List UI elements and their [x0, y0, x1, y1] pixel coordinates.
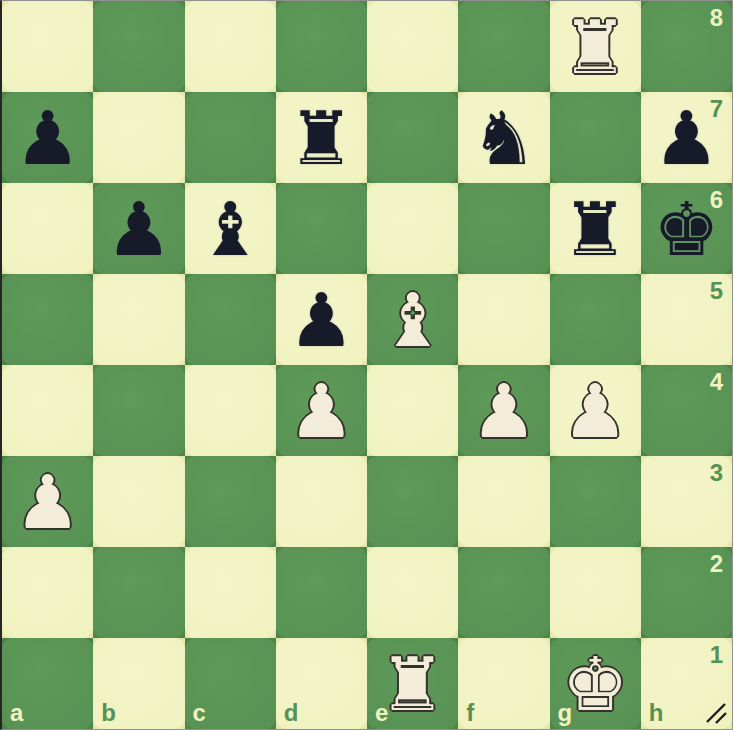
square-d4[interactable]: ♟: [276, 365, 367, 456]
square-a2[interactable]: [2, 547, 93, 638]
square-g3[interactable]: [550, 456, 641, 547]
square-c5[interactable]: [185, 274, 276, 365]
piece-white-rook[interactable]: ♜: [367, 638, 458, 729]
file-label-c: c: [193, 701, 206, 725]
square-f7[interactable]: ♞: [458, 92, 549, 183]
square-c3[interactable]: [185, 456, 276, 547]
piece-white-pawn[interactable]: ♟: [550, 365, 641, 456]
file-label-b: b: [101, 701, 116, 725]
square-a6[interactable]: [2, 183, 93, 274]
square-b5[interactable]: [93, 274, 184, 365]
file-label-f: f: [466, 701, 474, 725]
square-f1[interactable]: f: [458, 638, 549, 729]
square-b8[interactable]: [93, 1, 184, 92]
piece-black-knight[interactable]: ♞: [458, 92, 549, 183]
rank-label-8: 8: [710, 6, 723, 30]
square-e3[interactable]: [367, 456, 458, 547]
piece-white-bishop[interactable]: ♝: [367, 274, 458, 365]
square-c7[interactable]: [185, 92, 276, 183]
square-e1[interactable]: ♜e: [367, 638, 458, 729]
square-e4[interactable]: [367, 365, 458, 456]
piece-white-pawn[interactable]: ♟: [2, 456, 93, 547]
square-a1[interactable]: a: [2, 638, 93, 729]
square-d6[interactable]: [276, 183, 367, 274]
square-g4[interactable]: ♟: [550, 365, 641, 456]
square-e7[interactable]: [367, 92, 458, 183]
resize-handle-icon[interactable]: [704, 701, 728, 725]
square-d7[interactable]: ♜: [276, 92, 367, 183]
square-f8[interactable]: [458, 1, 549, 92]
rank-label-5: 5: [710, 279, 723, 303]
square-b6[interactable]: ♟: [93, 183, 184, 274]
rank-label-2: 2: [710, 552, 723, 576]
square-f2[interactable]: [458, 547, 549, 638]
square-b2[interactable]: [93, 547, 184, 638]
square-h6[interactable]: ♚6: [641, 183, 732, 274]
square-e5[interactable]: ♝: [367, 274, 458, 365]
square-g1[interactable]: ♚g: [550, 638, 641, 729]
rank-label-4: 4: [710, 370, 723, 394]
square-h1[interactable]: h1: [641, 638, 732, 729]
square-f6[interactable]: [458, 183, 549, 274]
square-b4[interactable]: [93, 365, 184, 456]
piece-white-pawn[interactable]: ♟: [458, 365, 549, 456]
file-label-d: d: [284, 701, 299, 725]
square-d1[interactable]: d: [276, 638, 367, 729]
file-label-h: h: [649, 701, 664, 725]
square-g7[interactable]: [550, 92, 641, 183]
square-c6[interactable]: ♝: [185, 183, 276, 274]
square-a8[interactable]: [2, 1, 93, 92]
square-b3[interactable]: [93, 456, 184, 547]
square-a5[interactable]: [2, 274, 93, 365]
square-g2[interactable]: [550, 547, 641, 638]
square-c8[interactable]: [185, 1, 276, 92]
square-b7[interactable]: [93, 92, 184, 183]
chess-board: ♜8♟♜♞♟7♟♝♜♚6♟♝5♟♟♟4♟32abcd♜ef♚gh1: [2, 1, 732, 729]
square-a3[interactable]: ♟: [2, 456, 93, 547]
piece-black-king[interactable]: ♚: [641, 183, 732, 274]
chess-board-container: ♜8♟♜♞♟7♟♝♜♚6♟♝5♟♟♟4♟32abcd♜ef♚gh1: [0, 0, 733, 730]
square-e6[interactable]: [367, 183, 458, 274]
square-h3[interactable]: 3: [641, 456, 732, 547]
square-a7[interactable]: ♟: [2, 92, 93, 183]
piece-black-pawn[interactable]: ♟: [2, 92, 93, 183]
piece-black-bishop[interactable]: ♝: [185, 183, 276, 274]
square-a4[interactable]: [2, 365, 93, 456]
piece-white-rook[interactable]: ♜: [550, 1, 641, 92]
square-f4[interactable]: ♟: [458, 365, 549, 456]
square-h5[interactable]: 5: [641, 274, 732, 365]
square-f3[interactable]: [458, 456, 549, 547]
square-d2[interactable]: [276, 547, 367, 638]
piece-white-pawn[interactable]: ♟: [276, 365, 367, 456]
square-d3[interactable]: [276, 456, 367, 547]
square-g8[interactable]: ♜: [550, 1, 641, 92]
piece-white-king[interactable]: ♚: [550, 638, 641, 729]
square-f5[interactable]: [458, 274, 549, 365]
square-h2[interactable]: 2: [641, 547, 732, 638]
square-h4[interactable]: 4: [641, 365, 732, 456]
square-c2[interactable]: [185, 547, 276, 638]
piece-black-rook[interactable]: ♜: [276, 92, 367, 183]
rank-label-3: 3: [710, 461, 723, 485]
square-c1[interactable]: c: [185, 638, 276, 729]
square-c4[interactable]: [185, 365, 276, 456]
piece-black-pawn[interactable]: ♟: [276, 274, 367, 365]
square-g5[interactable]: [550, 274, 641, 365]
square-d8[interactable]: [276, 1, 367, 92]
square-e2[interactable]: [367, 547, 458, 638]
piece-black-pawn[interactable]: ♟: [93, 183, 184, 274]
square-h7[interactable]: ♟7: [641, 92, 732, 183]
piece-black-rook[interactable]: ♜: [550, 183, 641, 274]
square-d5[interactable]: ♟: [276, 274, 367, 365]
piece-black-pawn[interactable]: ♟: [641, 92, 732, 183]
rank-label-1: 1: [710, 643, 723, 667]
square-e8[interactable]: [367, 1, 458, 92]
file-label-a: a: [10, 701, 23, 725]
square-h8[interactable]: 8: [641, 1, 732, 92]
square-g6[interactable]: ♜: [550, 183, 641, 274]
square-b1[interactable]: b: [93, 638, 184, 729]
